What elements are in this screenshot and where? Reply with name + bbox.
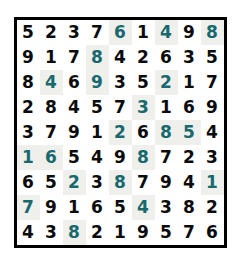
cell-r2c4[interactable]: 8 <box>86 45 111 72</box>
cell-r2c9[interactable]: 5 <box>201 45 224 72</box>
cell-r4c7[interactable]: 1 <box>155 95 180 122</box>
cell-r4c1[interactable]: 2 <box>17 95 42 122</box>
cell-r7c9[interactable]: 1 <box>201 170 224 197</box>
cell-r8c4[interactable]: 6 <box>86 195 111 222</box>
cell-r6c8[interactable]: 2 <box>178 145 203 173</box>
cell-r4c8[interactable]: 6 <box>178 95 203 122</box>
cell-r8c1[interactable]: 7 <box>17 195 42 222</box>
cell-r4c9[interactable]: 9 <box>201 95 224 122</box>
cell-r2c7[interactable]: 6 <box>155 45 180 72</box>
cell-r6c9[interactable]: 3 <box>201 145 224 173</box>
cell-r9c8[interactable]: 7 <box>178 220 203 245</box>
cell-r7c2[interactable]: 5 <box>40 170 65 197</box>
cell-r3c7[interactable]: 2 <box>155 70 180 98</box>
cell-r4c2[interactable]: 8 <box>40 95 65 122</box>
cell-r5c2[interactable]: 7 <box>40 120 65 147</box>
cell-r1c9[interactable]: 8 <box>201 20 224 47</box>
cell-r5c4[interactable]: 1 <box>86 120 111 147</box>
cell-r8c7[interactable]: 3 <box>155 195 180 222</box>
cell-r7c1[interactable]: 6 <box>17 170 42 197</box>
cell-r9c9[interactable]: 6 <box>201 220 224 245</box>
cell-r6c2[interactable]: 6 <box>40 145 65 173</box>
sudoku-page: 5237614989178426358469352172845731693791… <box>0 0 240 265</box>
cell-r7c5[interactable]: 8 <box>109 170 134 197</box>
cell-r9c5[interactable]: 1 <box>109 220 134 245</box>
cell-r4c5[interactable]: 7 <box>109 95 134 122</box>
cell-r8c5[interactable]: 5 <box>109 195 134 222</box>
cell-r6c4[interactable]: 4 <box>86 145 111 173</box>
cell-r5c9[interactable]: 4 <box>201 120 224 147</box>
cell-r5c1[interactable]: 3 <box>17 120 42 147</box>
cell-r3c1[interactable]: 8 <box>17 70 42 98</box>
cell-r3c2[interactable]: 4 <box>40 70 65 98</box>
cell-r9c1[interactable]: 4 <box>17 220 42 245</box>
cell-r3c8[interactable]: 1 <box>178 70 203 98</box>
cell-r5c5[interactable]: 2 <box>109 120 134 147</box>
cell-r7c4[interactable]: 3 <box>86 170 111 197</box>
cell-r2c5[interactable]: 4 <box>109 45 134 72</box>
cell-r9c4[interactable]: 2 <box>86 220 111 245</box>
cell-r7c7[interactable]: 9 <box>155 170 180 197</box>
cell-r6c7[interactable]: 7 <box>155 145 180 173</box>
cell-r2c2[interactable]: 1 <box>40 45 65 72</box>
cell-r9c7[interactable]: 5 <box>155 220 180 245</box>
cell-r8c2[interactable]: 9 <box>40 195 65 222</box>
cell-r9c2[interactable]: 3 <box>40 220 65 245</box>
cell-r1c8[interactable]: 9 <box>178 20 203 47</box>
cell-r3c9[interactable]: 7 <box>201 70 224 98</box>
sudoku-board: 5237614989178426358469352172845731693791… <box>14 17 227 248</box>
cell-r8c9[interactable]: 2 <box>201 195 224 222</box>
cell-r1c1[interactable]: 5 <box>17 20 42 47</box>
cell-r6c5[interactable]: 9 <box>109 145 134 173</box>
cell-r8c8[interactable]: 8 <box>178 195 203 222</box>
cell-r3c4[interactable]: 9 <box>86 70 111 98</box>
cell-r7c8[interactable]: 4 <box>178 170 203 197</box>
cell-r5c7[interactable]: 8 <box>155 120 180 147</box>
cell-r1c4[interactable]: 7 <box>86 20 111 47</box>
cell-r1c5[interactable]: 6 <box>109 20 134 47</box>
cell-r2c8[interactable]: 3 <box>178 45 203 72</box>
cell-r5c8[interactable]: 5 <box>178 120 203 147</box>
cell-r1c2[interactable]: 2 <box>40 20 65 47</box>
cell-r6c1[interactable]: 1 <box>17 145 42 173</box>
cell-r1c7[interactable]: 4 <box>155 20 180 47</box>
cell-r2c1[interactable]: 9 <box>17 45 42 72</box>
cell-r4c4[interactable]: 5 <box>86 95 111 122</box>
cell-r3c5[interactable]: 3 <box>109 70 134 98</box>
